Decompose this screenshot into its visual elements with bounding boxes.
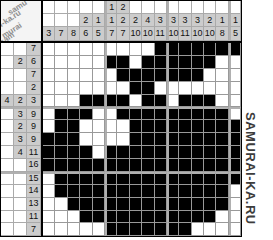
- board-cell[interactable]: [167, 211, 179, 224]
- board-cell[interactable]: [155, 133, 167, 146]
- board-cell[interactable]: [80, 82, 92, 95]
- col-clue-cell: 1: [229, 14, 241, 27]
- board-cell[interactable]: [216, 69, 228, 82]
- board-cell[interactable]: [229, 223, 241, 236]
- row-clue-cell: 16: [27, 159, 40, 172]
- board-cell[interactable]: [142, 43, 154, 56]
- board-cell[interactable]: [216, 172, 228, 185]
- board-cell[interactable]: [80, 185, 92, 198]
- board-cell[interactable]: [93, 146, 105, 159]
- board-cell[interactable]: [68, 95, 80, 108]
- col-clue-cell: [55, 14, 67, 27]
- board-cell[interactable]: [93, 185, 105, 198]
- board-cell[interactable]: [142, 172, 154, 185]
- board-cell[interactable]: [216, 159, 228, 172]
- board-cell[interactable]: [167, 223, 179, 236]
- board-cell[interactable]: [229, 120, 241, 133]
- board-cell[interactable]: [155, 159, 167, 172]
- board-cell[interactable]: [229, 133, 241, 146]
- board-cell[interactable]: [68, 120, 80, 133]
- board-cell[interactable]: [43, 95, 55, 108]
- col-clue-cell: 8: [68, 27, 80, 40]
- board-cell[interactable]: [117, 69, 129, 82]
- row-clue-cell: [1, 223, 14, 236]
- board-cell[interactable]: [105, 146, 117, 159]
- board-cell[interactable]: [142, 107, 154, 120]
- board-cell[interactable]: [43, 198, 55, 211]
- board-cell[interactable]: [229, 69, 241, 82]
- board-cell[interactable]: [117, 211, 129, 224]
- board-cell[interactable]: [130, 56, 142, 69]
- board-cell[interactable]: [80, 69, 92, 82]
- board-cell[interactable]: [43, 107, 55, 120]
- board-cell[interactable]: [93, 211, 105, 224]
- board-cell[interactable]: [192, 43, 204, 56]
- board-cell[interactable]: [117, 146, 129, 159]
- col-clue-cell: 10: [167, 27, 179, 40]
- row-clue-cell: [14, 69, 27, 82]
- board-cell[interactable]: [216, 198, 228, 211]
- board-cell[interactable]: [68, 211, 80, 224]
- column-clues: 12211224333321137865771010111011101085: [43, 1, 241, 41]
- board-cell[interactable]: [192, 172, 204, 185]
- board-cell[interactable]: [204, 133, 216, 146]
- board-cell[interactable]: [117, 223, 129, 236]
- board-cell[interactable]: [80, 172, 92, 185]
- board-cell[interactable]: [130, 159, 142, 172]
- board-cell[interactable]: [80, 223, 92, 236]
- board-cell[interactable]: [167, 120, 179, 133]
- board-cell[interactable]: [179, 159, 191, 172]
- row-clue-cell: [1, 120, 14, 133]
- board-cell[interactable]: [80, 107, 92, 120]
- board-cell[interactable]: [105, 223, 117, 236]
- col-clue-cell: 10: [142, 27, 154, 40]
- board-cell[interactable]: [142, 185, 154, 198]
- board-cell[interactable]: [192, 69, 204, 82]
- board-cell[interactable]: [80, 146, 92, 159]
- board-cell[interactable]: [167, 56, 179, 69]
- board-cell[interactable]: [216, 120, 228, 133]
- board-cell[interactable]: [130, 133, 142, 146]
- board-cell[interactable]: [167, 69, 179, 82]
- board-cell[interactable]: [43, 82, 55, 95]
- board-cell[interactable]: [216, 133, 228, 146]
- board-cell[interactable]: [68, 56, 80, 69]
- row-clue-cell: 3: [14, 133, 27, 146]
- row-clue-cell: 11: [27, 146, 40, 159]
- board-cell[interactable]: [216, 211, 228, 224]
- board-cell[interactable]: [130, 146, 142, 159]
- board-cell[interactable]: [192, 146, 204, 159]
- board-cell[interactable]: [142, 133, 154, 146]
- col-clue-cell: 1: [93, 14, 105, 27]
- board-cell[interactable]: [68, 69, 80, 82]
- board-cell[interactable]: [155, 120, 167, 133]
- board-cell[interactable]: [192, 133, 204, 146]
- col-clue-cell: [229, 1, 241, 14]
- row-clue-cell: 2: [14, 95, 27, 108]
- board-cell[interactable]: [142, 211, 154, 224]
- row-clue-cell: 9: [27, 107, 40, 120]
- board-cell[interactable]: [43, 223, 55, 236]
- board-cell[interactable]: [179, 223, 191, 236]
- board-cell[interactable]: [130, 69, 142, 82]
- board-cell[interactable]: [43, 120, 55, 133]
- col-clue-cell: 2: [204, 14, 216, 27]
- board-cell[interactable]: [93, 159, 105, 172]
- board-cell[interactable]: [229, 56, 241, 69]
- board-cell[interactable]: [68, 159, 80, 172]
- board-cell[interactable]: [142, 198, 154, 211]
- board-cell[interactable]: [216, 82, 228, 95]
- row-clue-cell: [1, 172, 14, 185]
- board-cell[interactable]: [130, 211, 142, 224]
- board-cell[interactable]: [68, 43, 80, 56]
- board-cell[interactable]: [216, 95, 228, 108]
- board-cell[interactable]: [142, 95, 154, 108]
- col-clue-cell: [167, 1, 179, 14]
- board-cell[interactable]: [80, 198, 92, 211]
- board-cell[interactable]: [204, 172, 216, 185]
- board-cell[interactable]: [55, 198, 67, 211]
- board-cell[interactable]: [155, 95, 167, 108]
- board-cell[interactable]: [80, 120, 92, 133]
- board-cell[interactable]: [155, 223, 167, 236]
- col-clue-cell: 11: [155, 27, 167, 40]
- board-cell[interactable]: [179, 56, 191, 69]
- board-cell[interactable]: [117, 82, 129, 95]
- board-cell[interactable]: [93, 172, 105, 185]
- board-cell[interactable]: [43, 172, 55, 185]
- col-clue-cell: 2: [130, 14, 142, 27]
- board-cell[interactable]: [55, 95, 67, 108]
- board-cell[interactable]: [204, 223, 216, 236]
- board-cell[interactable]: [142, 146, 154, 159]
- board-cell[interactable]: [117, 185, 129, 198]
- board-cell[interactable]: [93, 223, 105, 236]
- board-cell[interactable]: [142, 223, 154, 236]
- board-cell[interactable]: [204, 69, 216, 82]
- board-cell[interactable]: [130, 43, 142, 56]
- board-cell[interactable]: [105, 43, 117, 56]
- board-cell[interactable]: [105, 107, 117, 120]
- board-cell[interactable]: [68, 185, 80, 198]
- board-cell[interactable]: [105, 56, 117, 69]
- board-cell[interactable]: [204, 107, 216, 120]
- board-cell[interactable]: [80, 133, 92, 146]
- board-cell[interactable]: [43, 43, 55, 56]
- board-cell[interactable]: [179, 198, 191, 211]
- board-cell[interactable]: [179, 43, 191, 56]
- col-clue-cell: [68, 1, 80, 14]
- board-cell[interactable]: [93, 95, 105, 108]
- col-clue-cell: [130, 1, 142, 14]
- row-clue-cell: 14: [27, 185, 40, 198]
- board-cell[interactable]: [80, 159, 92, 172]
- board-cell[interactable]: [68, 82, 80, 95]
- board-cell[interactable]: [55, 120, 67, 133]
- board-cell[interactable]: [204, 95, 216, 108]
- board-cell[interactable]: [216, 107, 228, 120]
- board-cell[interactable]: [68, 133, 80, 146]
- board-cell[interactable]: [204, 159, 216, 172]
- board-cell[interactable]: [229, 107, 241, 120]
- board-cell[interactable]: [117, 133, 129, 146]
- board-cell[interactable]: [43, 185, 55, 198]
- board-cell[interactable]: [55, 146, 67, 159]
- board-cell[interactable]: [130, 198, 142, 211]
- board-cell[interactable]: [142, 82, 154, 95]
- board-cell[interactable]: [192, 107, 204, 120]
- board-cell[interactable]: [167, 43, 179, 56]
- board-cell[interactable]: [80, 211, 92, 224]
- col-clue-cell: 3: [155, 14, 167, 27]
- board-cell[interactable]: [155, 211, 167, 224]
- board-cell[interactable]: [167, 198, 179, 211]
- board-cell[interactable]: [130, 82, 142, 95]
- board-cell[interactable]: [142, 56, 154, 69]
- board-cell[interactable]: [192, 211, 204, 224]
- board-cell[interactable]: [155, 43, 167, 56]
- board-cell[interactable]: [55, 223, 67, 236]
- corner-watermark: samu i-ka.ru murai sam: [1, 1, 41, 41]
- board-cell[interactable]: [55, 185, 67, 198]
- board-cell[interactable]: [179, 211, 191, 224]
- side-watermark: SAMURAI-KA.RU: [243, 112, 258, 225]
- board-cell[interactable]: [93, 120, 105, 133]
- row-clue-cell: [1, 159, 14, 172]
- board-cell[interactable]: [167, 159, 179, 172]
- board-cell[interactable]: [216, 185, 228, 198]
- board-cell[interactable]: [43, 133, 55, 146]
- board-cell[interactable]: [179, 172, 191, 185]
- board-cell[interactable]: [117, 95, 129, 108]
- board-cell[interactable]: [179, 69, 191, 82]
- board-cell[interactable]: [117, 43, 129, 56]
- board-cell[interactable]: [130, 107, 142, 120]
- board-cell[interactable]: [179, 107, 191, 120]
- board-cell[interactable]: [55, 172, 67, 185]
- board-cell[interactable]: [179, 120, 191, 133]
- board-cell[interactable]: [192, 95, 204, 108]
- board-cell[interactable]: [155, 69, 167, 82]
- board-cell[interactable]: [204, 211, 216, 224]
- board-cell[interactable]: [179, 95, 191, 108]
- board-cell[interactable]: [229, 95, 241, 108]
- board-cell[interactable]: [216, 43, 228, 56]
- col-clue-cell: 10: [204, 27, 216, 40]
- row-clue-cell: [14, 223, 27, 236]
- col-clue-cell: 7: [55, 27, 67, 40]
- board-cell[interactable]: [130, 95, 142, 108]
- board-cell[interactable]: [93, 82, 105, 95]
- board-cell[interactable]: [192, 198, 204, 211]
- board-cell[interactable]: [55, 43, 67, 56]
- board-cell[interactable]: [179, 146, 191, 159]
- board-cell[interactable]: [117, 198, 129, 211]
- board-cell[interactable]: [43, 69, 55, 82]
- board-cell[interactable]: [93, 56, 105, 69]
- board-cell[interactable]: [68, 146, 80, 159]
- board-cell[interactable]: [43, 211, 55, 224]
- row-clue-cell: [14, 185, 27, 198]
- board-cell[interactable]: [204, 185, 216, 198]
- board-cell[interactable]: [68, 107, 80, 120]
- board-cell[interactable]: [130, 172, 142, 185]
- col-clue-cell: 5: [93, 27, 105, 40]
- board-cell[interactable]: [142, 159, 154, 172]
- col-clue-cell: 7: [117, 27, 129, 40]
- col-clue-cell: [93, 1, 105, 14]
- row-clue-cell: 2: [14, 120, 27, 133]
- board-cell[interactable]: [229, 185, 241, 198]
- row-clue-cell: 2: [14, 56, 27, 69]
- board-cell[interactable]: [155, 198, 167, 211]
- row-clue-cell: [1, 211, 14, 224]
- board-cell[interactable]: [192, 185, 204, 198]
- nonogram-puzzle: samu i-ka.ru murai sam 12211224333321137…: [0, 0, 242, 237]
- board-cell[interactable]: [229, 211, 241, 224]
- board-cell[interactable]: [155, 82, 167, 95]
- board-cell[interactable]: [192, 159, 204, 172]
- board-cell[interactable]: [216, 56, 228, 69]
- board-cell[interactable]: [93, 133, 105, 146]
- row-clue-cell: 7: [27, 69, 40, 82]
- board-cell[interactable]: [43, 56, 55, 69]
- board-cell[interactable]: [80, 56, 92, 69]
- board-cell[interactable]: [229, 172, 241, 185]
- board-cell[interactable]: [167, 133, 179, 146]
- board-cell[interactable]: [80, 95, 92, 108]
- col-clue-cell: [55, 1, 67, 14]
- board-cell[interactable]: [55, 159, 67, 172]
- board-cell[interactable]: [192, 223, 204, 236]
- board-cell[interactable]: [93, 107, 105, 120]
- board-cell[interactable]: [55, 69, 67, 82]
- board-cell[interactable]: [55, 211, 67, 224]
- col-clue-cell: 1: [105, 14, 117, 27]
- col-clue-cell: 3: [192, 14, 204, 27]
- board-cell[interactable]: [105, 69, 117, 82]
- board-cell[interactable]: [105, 120, 117, 133]
- board-cell[interactable]: [167, 172, 179, 185]
- board-cell[interactable]: [204, 120, 216, 133]
- board-cell[interactable]: [105, 185, 117, 198]
- board-cell[interactable]: [204, 198, 216, 211]
- board-cell[interactable]: [229, 146, 241, 159]
- row-clue-cell: [1, 69, 14, 82]
- row-clue-cell: 3: [14, 107, 27, 120]
- board-cell[interactable]: [68, 223, 80, 236]
- board-cell[interactable]: [55, 56, 67, 69]
- board-cell[interactable]: [216, 146, 228, 159]
- board-cell[interactable]: [204, 43, 216, 56]
- row-clue-cell: 9: [27, 120, 40, 133]
- row-clues: 7267242339293941116151413117: [1, 43, 41, 237]
- board-cell[interactable]: [155, 185, 167, 198]
- board-cell[interactable]: [105, 159, 117, 172]
- board-cell[interactable]: [43, 159, 55, 172]
- board-cell[interactable]: [192, 56, 204, 69]
- row-clue-cell: [1, 56, 14, 69]
- board-cell[interactable]: [167, 146, 179, 159]
- board-cell[interactable]: [167, 95, 179, 108]
- board-cell[interactable]: [142, 69, 154, 82]
- row-clue-cell: 4: [14, 146, 27, 159]
- col-clue-cell: 3: [179, 14, 191, 27]
- board-cell[interactable]: [93, 43, 105, 56]
- board-cell[interactable]: [192, 120, 204, 133]
- board-cell[interactable]: [117, 172, 129, 185]
- col-clue-cell: [142, 1, 154, 14]
- board-cell[interactable]: [130, 185, 142, 198]
- board-cell[interactable]: [93, 69, 105, 82]
- row-clue-cell: 9: [27, 133, 40, 146]
- board-cell[interactable]: [155, 107, 167, 120]
- board-cell[interactable]: [229, 82, 241, 95]
- board-cell[interactable]: [130, 223, 142, 236]
- board-cell[interactable]: [43, 146, 55, 159]
- board-cell[interactable]: [179, 185, 191, 198]
- board-cell[interactable]: [105, 198, 117, 211]
- board-cell[interactable]: [117, 159, 129, 172]
- board-cell[interactable]: [179, 133, 191, 146]
- board-cell[interactable]: [105, 211, 117, 224]
- board-cell[interactable]: [155, 56, 167, 69]
- board-cell[interactable]: [55, 82, 67, 95]
- board-cell[interactable]: [80, 43, 92, 56]
- board-cell[interactable]: [155, 172, 167, 185]
- board-cell[interactable]: [167, 107, 179, 120]
- col-clue-cell: 2: [117, 14, 129, 27]
- board-cell[interactable]: [117, 120, 129, 133]
- board-cell[interactable]: [68, 198, 80, 211]
- board-cell[interactable]: [179, 82, 191, 95]
- board-cell[interactable]: [229, 198, 241, 211]
- board-cell[interactable]: [105, 95, 117, 108]
- board-cell[interactable]: [155, 146, 167, 159]
- board-cell[interactable]: [130, 120, 142, 133]
- board-cell[interactable]: [167, 82, 179, 95]
- row-clue-cell: [14, 211, 27, 224]
- board-cell[interactable]: [204, 56, 216, 69]
- board-cell[interactable]: [142, 120, 154, 133]
- board-cell[interactable]: [117, 107, 129, 120]
- col-clue-cell: 5: [229, 27, 241, 40]
- board-cell[interactable]: [229, 43, 241, 56]
- col-clue-cell: 2: [80, 14, 92, 27]
- col-clue-cell: 6: [80, 27, 92, 40]
- board-cell[interactable]: [192, 82, 204, 95]
- board-cell[interactable]: [93, 198, 105, 211]
- board-cell[interactable]: [55, 133, 67, 146]
- board-cell[interactable]: [204, 82, 216, 95]
- board-cell[interactable]: [105, 133, 117, 146]
- board-cell[interactable]: [229, 159, 241, 172]
- board-cell[interactable]: [55, 107, 67, 120]
- board-cell[interactable]: [68, 172, 80, 185]
- board-cell[interactable]: [216, 223, 228, 236]
- col-clue-cell: [204, 1, 216, 14]
- board-cell[interactable]: [117, 56, 129, 69]
- board-cell[interactable]: [167, 185, 179, 198]
- board-cell[interactable]: [204, 146, 216, 159]
- row-clue-cell: [14, 159, 27, 172]
- col-clue-cell: [80, 1, 92, 14]
- board-cell[interactable]: [105, 82, 117, 95]
- board-cell[interactable]: [105, 172, 117, 185]
